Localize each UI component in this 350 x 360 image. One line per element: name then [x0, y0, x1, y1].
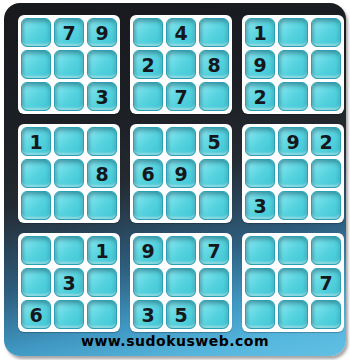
- sudoku-cell-r4c2[interactable]: [54, 127, 84, 156]
- sudoku-cell-r2c9[interactable]: [311, 50, 341, 79]
- sudoku-cell-r5c3[interactable]: 8: [87, 159, 117, 188]
- sudoku-cell-r4c4[interactable]: [133, 127, 163, 156]
- sudoku-cell-r2c6[interactable]: 8: [199, 50, 229, 79]
- sudoku-cell-r4c9[interactable]: 2: [311, 127, 341, 156]
- sudoku-cell-r8c3[interactable]: [87, 268, 117, 297]
- sudoku-cell-r6c3[interactable]: [87, 191, 117, 220]
- box-2-2: 569: [130, 124, 232, 223]
- sudoku-cell-r7c7[interactable]: [245, 236, 275, 265]
- sudoku-cell-r1c8[interactable]: [278, 18, 308, 47]
- box-1-1: 793: [18, 15, 120, 114]
- sudoku-cell-r5c5[interactable]: 9: [166, 159, 196, 188]
- sudoku-cell-r7c8[interactable]: [278, 236, 308, 265]
- box-1-2: 4287: [130, 15, 232, 114]
- sudoku-cell-r2c3[interactable]: [87, 50, 117, 79]
- sudoku-cell-r9c2[interactable]: [54, 300, 84, 329]
- sudoku-cell-r3c7[interactable]: 2: [245, 82, 275, 111]
- site-url-label: www.sudokusweb.com: [4, 333, 346, 349]
- sudoku-cell-r6c4[interactable]: [133, 191, 163, 220]
- sudoku-cell-r2c7[interactable]: 9: [245, 50, 275, 79]
- sudoku-cell-r6c9[interactable]: [311, 191, 341, 220]
- sudoku-cell-r8c2[interactable]: 3: [54, 268, 84, 297]
- sudoku-cell-r6c1[interactable]: [21, 191, 51, 220]
- box-1-3: 192: [242, 15, 344, 114]
- sudoku-cell-r8c1[interactable]: [21, 268, 51, 297]
- sudoku-cell-r1c2[interactable]: 7: [54, 18, 84, 47]
- sudoku-board: 79342871921856992313697357: [18, 15, 344, 332]
- sudoku-cell-r5c6[interactable]: [199, 159, 229, 188]
- sudoku-cell-r2c8[interactable]: [278, 50, 308, 79]
- sudoku-cell-r6c8[interactable]: [278, 191, 308, 220]
- sudoku-cell-r1c9[interactable]: [311, 18, 341, 47]
- sudoku-cell-r9c3[interactable]: [87, 300, 117, 329]
- sudoku-cell-r3c6[interactable]: [199, 82, 229, 111]
- sudoku-cell-r6c5[interactable]: [166, 191, 196, 220]
- sudoku-cell-r9c9[interactable]: [311, 300, 341, 329]
- box-2-1: 18: [18, 124, 120, 223]
- sudoku-cell-r7c3[interactable]: 1: [87, 236, 117, 265]
- sudoku-cell-r6c6[interactable]: [199, 191, 229, 220]
- sudoku-cell-r3c1[interactable]: [21, 82, 51, 111]
- sudoku-cell-r5c2[interactable]: [54, 159, 84, 188]
- sudoku-cell-r9c7[interactable]: [245, 300, 275, 329]
- box-3-1: 136: [18, 233, 120, 332]
- sudoku-cell-r9c5[interactable]: 5: [166, 300, 196, 329]
- sudoku-cell-r3c8[interactable]: [278, 82, 308, 111]
- sudoku-cell-r8c5[interactable]: [166, 268, 196, 297]
- sudoku-cell-r7c2[interactable]: [54, 236, 84, 265]
- sudoku-cell-r4c5[interactable]: [166, 127, 196, 156]
- sudoku-cell-r3c4[interactable]: [133, 82, 163, 111]
- sudoku-cell-r1c4[interactable]: [133, 18, 163, 47]
- sudoku-cell-r7c4[interactable]: 9: [133, 236, 163, 265]
- sudoku-cell-r4c6[interactable]: 5: [199, 127, 229, 156]
- box-2-3: 923: [242, 124, 344, 223]
- sudoku-cell-r2c2[interactable]: [54, 50, 84, 79]
- sudoku-cell-r5c7[interactable]: [245, 159, 275, 188]
- sudoku-cell-r4c1[interactable]: 1: [21, 127, 51, 156]
- sudoku-cell-r1c3[interactable]: 9: [87, 18, 117, 47]
- sudoku-cell-r4c7[interactable]: [245, 127, 275, 156]
- sudoku-cell-r8c6[interactable]: [199, 268, 229, 297]
- sudoku-cell-r8c9[interactable]: 7: [311, 268, 341, 297]
- box-3-2: 9735: [130, 233, 232, 332]
- sudoku-cell-r7c1[interactable]: [21, 236, 51, 265]
- sudoku-cell-r8c8[interactable]: [278, 268, 308, 297]
- sudoku-cell-r1c1[interactable]: [21, 18, 51, 47]
- sudoku-cell-r8c4[interactable]: [133, 268, 163, 297]
- sudoku-cell-r3c2[interactable]: [54, 82, 84, 111]
- sudoku-cell-r5c4[interactable]: 6: [133, 159, 163, 188]
- sudoku-cell-r9c1[interactable]: 6: [21, 300, 51, 329]
- sudoku-cell-r5c1[interactable]: [21, 159, 51, 188]
- sudoku-cell-r2c1[interactable]: [21, 50, 51, 79]
- sudoku-cell-r9c4[interactable]: 3: [133, 300, 163, 329]
- sudoku-cell-r5c8[interactable]: [278, 159, 308, 188]
- sudoku-cell-r1c5[interactable]: 4: [166, 18, 196, 47]
- sudoku-cell-r5c9[interactable]: [311, 159, 341, 188]
- sudoku-cell-r7c9[interactable]: [311, 236, 341, 265]
- board-frame: 79342871921856992313697357 www.sudokuswe…: [4, 3, 346, 356]
- sudoku-cell-r7c5[interactable]: [166, 236, 196, 265]
- sudoku-cell-r9c8[interactable]: [278, 300, 308, 329]
- sudoku-cell-r9c6[interactable]: [199, 300, 229, 329]
- sudoku-cell-r7c6[interactable]: 7: [199, 236, 229, 265]
- sudoku-cell-r4c3[interactable]: [87, 127, 117, 156]
- sudoku-cell-r6c2[interactable]: [54, 191, 84, 220]
- sudoku-cell-r4c8[interactable]: 9: [278, 127, 308, 156]
- sudoku-cell-r6c7[interactable]: 3: [245, 191, 275, 220]
- sudoku-page: 79342871921856992313697357 www.sudokuswe…: [0, 0, 350, 360]
- sudoku-cell-r8c7[interactable]: [245, 268, 275, 297]
- sudoku-cell-r3c3[interactable]: 3: [87, 82, 117, 111]
- sudoku-cell-r1c6[interactable]: [199, 18, 229, 47]
- sudoku-cell-r2c4[interactable]: 2: [133, 50, 163, 79]
- sudoku-cell-r3c9[interactable]: [311, 82, 341, 111]
- sudoku-cell-r1c7[interactable]: 1: [245, 18, 275, 47]
- sudoku-cell-r2c5[interactable]: [166, 50, 196, 79]
- sudoku-cell-r3c5[interactable]: 7: [166, 82, 196, 111]
- box-3-3: 7: [242, 233, 344, 332]
